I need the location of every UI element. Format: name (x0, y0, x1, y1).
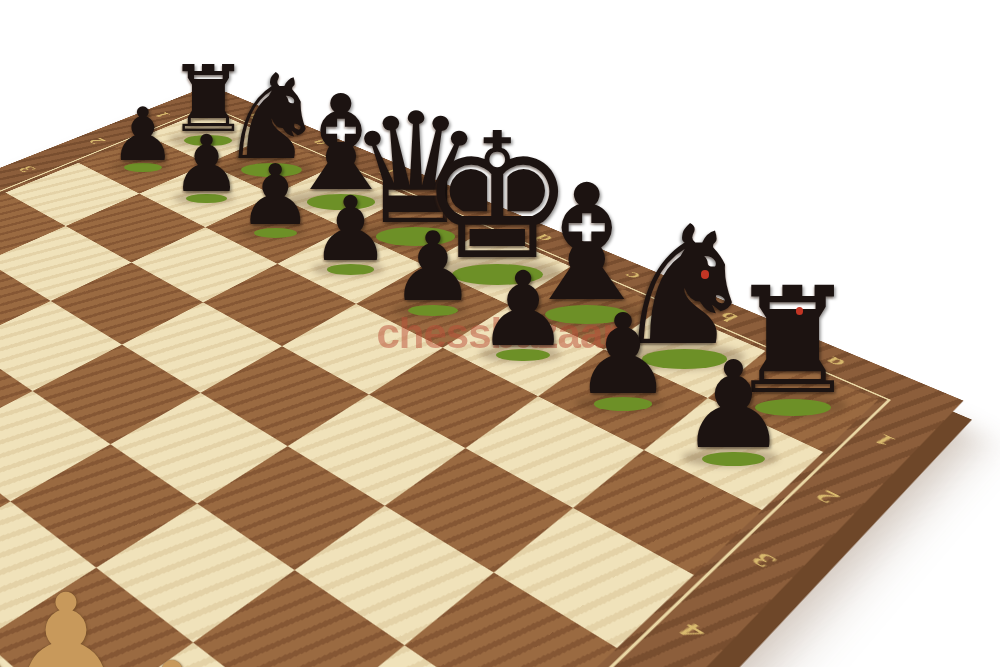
file-label-top-e: e (450, 197, 475, 210)
file-label-top-g: g (307, 137, 332, 148)
file-label-top-f: f (377, 167, 399, 178)
file-label-top-h: h (243, 110, 268, 121)
chess-board: hhggffeeddccbbaa1122334455667788 (0, 85, 964, 667)
rank-label-right-2: 2 (811, 485, 843, 509)
rank-label-left-3: 3 (13, 163, 40, 175)
product-photo-stage: hhggffeeddccbbaa1122334455667788 chessba… (0, 0, 1000, 667)
rank-label-right-3: 3 (746, 547, 781, 574)
file-label-top-d: d (530, 231, 556, 245)
file-label-top-b: b (715, 308, 743, 325)
file-label-top-c: c (619, 268, 645, 283)
rank-label-right-4: 4 (674, 616, 712, 647)
rank-label-left-1: 1 (150, 110, 175, 120)
file-label-top-a: a (821, 353, 849, 372)
watermark: chessbazaar (376, 310, 617, 358)
rank-label-left-2: 2 (84, 136, 110, 147)
rank-label-right-1: 1 (869, 429, 899, 451)
board-squares (0, 109, 878, 667)
